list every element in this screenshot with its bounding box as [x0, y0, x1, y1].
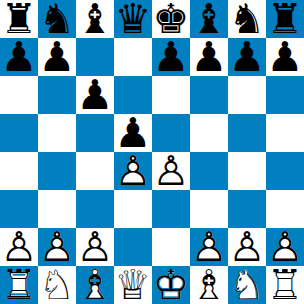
square-c5[interactable]	[76, 114, 114, 152]
piece-white-pawn-outline: ♙	[115, 151, 152, 192]
square-g5[interactable]	[228, 114, 266, 152]
square-a5[interactable]	[0, 114, 38, 152]
square-e4[interactable]: ♟♙	[152, 152, 190, 190]
piece-black-pawn[interactable]: ♟	[77, 75, 114, 116]
square-e7[interactable]: ♟	[152, 38, 190, 76]
square-c1[interactable]: ♝♗	[76, 266, 114, 304]
piece-black-pawn[interactable]: ♟	[229, 37, 266, 78]
piece-black-pawn[interactable]: ♟	[191, 37, 228, 78]
piece-white-knight-outline: ♘	[229, 265, 266, 304]
square-f6[interactable]	[190, 76, 228, 114]
square-a7[interactable]: ♟	[0, 38, 38, 76]
square-e6[interactable]	[152, 76, 190, 114]
square-f4[interactable]	[190, 152, 228, 190]
square-h1[interactable]: ♜♖	[266, 266, 304, 304]
square-g1[interactable]: ♞♘	[228, 266, 266, 304]
piece-white-rook-outline: ♖	[267, 265, 304, 304]
square-a4[interactable]	[0, 152, 38, 190]
square-h7[interactable]: ♟	[266, 38, 304, 76]
square-h6[interactable]	[266, 76, 304, 114]
piece-white-rook-outline: ♖	[1, 265, 38, 304]
piece-white-bishop[interactable]: ♝♗	[191, 265, 228, 304]
piece-black-bishop[interactable]: ♝	[77, 0, 114, 40]
piece-white-bishop[interactable]: ♝♗	[77, 265, 114, 304]
square-d8[interactable]: ♛	[114, 0, 152, 38]
square-h4[interactable]	[266, 152, 304, 190]
piece-white-pawn-outline: ♙	[153, 151, 190, 192]
piece-white-king[interactable]: ♚♔	[153, 265, 190, 304]
piece-white-rook[interactable]: ♜♖	[1, 265, 38, 304]
piece-black-pawn[interactable]: ♟	[39, 37, 76, 78]
piece-white-knight-outline: ♘	[39, 265, 76, 304]
square-f5[interactable]	[190, 114, 228, 152]
square-f7[interactable]: ♟	[190, 38, 228, 76]
square-a6[interactable]	[0, 76, 38, 114]
square-c4[interactable]	[76, 152, 114, 190]
square-d7[interactable]	[114, 38, 152, 76]
chess-board: ♜♞♝♛♚♝♞♜♟♟♟♟♟♟♟♟♟♙♟♙♟♙♟♙♟♙♟♙♟♙♟♙♜♖♞♘♝♗♛♕…	[0, 0, 304, 304]
square-g4[interactable]	[228, 152, 266, 190]
piece-white-knight[interactable]: ♞♘	[229, 265, 266, 304]
square-c6[interactable]: ♟	[76, 76, 114, 114]
piece-white-king-outline: ♔	[153, 265, 190, 304]
square-h5[interactable]	[266, 114, 304, 152]
square-b4[interactable]	[38, 152, 76, 190]
square-g6[interactable]	[228, 76, 266, 114]
square-b6[interactable]	[38, 76, 76, 114]
square-a1[interactable]: ♜♖	[0, 266, 38, 304]
square-e3[interactable]	[152, 190, 190, 228]
square-c8[interactable]: ♝	[76, 0, 114, 38]
piece-white-pawn[interactable]: ♟♙	[115, 151, 152, 192]
square-b7[interactable]: ♟	[38, 38, 76, 76]
square-d1[interactable]: ♛♕	[114, 266, 152, 304]
square-b1[interactable]: ♞♘	[38, 266, 76, 304]
square-g7[interactable]: ♟	[228, 38, 266, 76]
square-e1[interactable]: ♚♔	[152, 266, 190, 304]
piece-white-bishop-outline: ♗	[77, 265, 114, 304]
piece-black-pawn[interactable]: ♟	[1, 37, 38, 78]
piece-black-pawn[interactable]: ♟	[153, 37, 190, 78]
piece-white-queen[interactable]: ♛♕	[115, 265, 152, 304]
square-f1[interactable]: ♝♗	[190, 266, 228, 304]
piece-white-queen-outline: ♕	[115, 265, 152, 304]
piece-black-pawn[interactable]: ♟	[267, 37, 304, 78]
piece-white-rook[interactable]: ♜♖	[267, 265, 304, 304]
square-b5[interactable]	[38, 114, 76, 152]
square-d4[interactable]: ♟♙	[114, 152, 152, 190]
square-d3[interactable]	[114, 190, 152, 228]
piece-white-bishop-outline: ♗	[191, 265, 228, 304]
piece-black-queen[interactable]: ♛	[115, 0, 152, 40]
piece-white-pawn[interactable]: ♟♙	[153, 151, 190, 192]
piece-white-knight[interactable]: ♞♘	[39, 265, 76, 304]
